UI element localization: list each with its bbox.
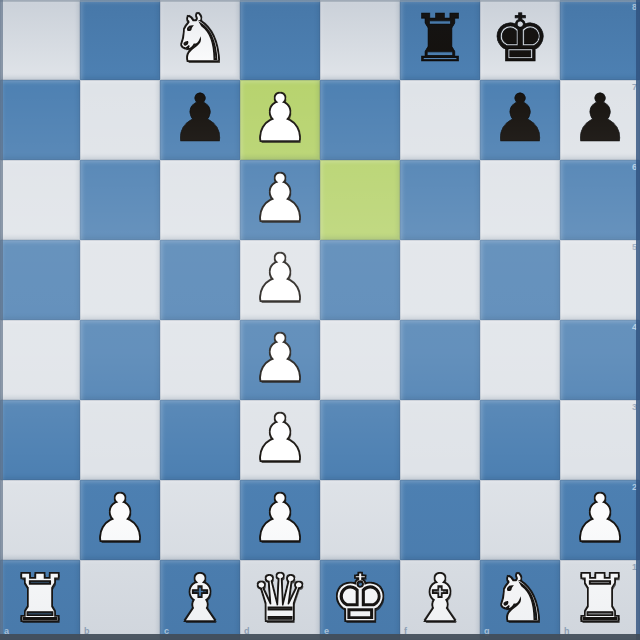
square-e3[interactable] [320,400,400,480]
square-c8[interactable]: ♞ [160,0,240,80]
square-c1[interactable]: c♝ [160,560,240,640]
square-a2[interactable] [0,480,80,560]
square-f4[interactable] [400,320,480,400]
square-h5[interactable]: 5 [560,240,640,320]
piece-white-pawn-d7[interactable]: ♟ [240,80,320,160]
piece-white-knight-c8[interactable]: ♞ [160,0,240,80]
square-a3[interactable] [0,400,80,480]
square-b6[interactable] [80,160,160,240]
square-d3[interactable]: ♟ [240,400,320,480]
piece-black-pawn-h7[interactable]: ♟ [560,80,640,160]
piece-white-rook-h1[interactable]: ♜ [560,560,640,640]
square-f8[interactable]: ♜ [400,0,480,80]
piece-white-pawn-d3[interactable]: ♟ [240,400,320,480]
piece-black-king-g8[interactable]: ♚ [480,0,560,80]
square-b5[interactable] [80,240,160,320]
square-h8[interactable]: 8 [560,0,640,80]
square-f7[interactable] [400,80,480,160]
square-h7[interactable]: 7♟ [560,80,640,160]
piece-black-pawn-g7[interactable]: ♟ [480,80,560,160]
square-d6[interactable]: ♟ [240,160,320,240]
square-g3[interactable] [480,400,560,480]
piece-white-pawn-d6[interactable]: ♟ [240,160,320,240]
square-h1[interactable]: 1h♜ [560,560,640,640]
rank-label-3: 3 [632,403,637,412]
square-g1[interactable]: g♞ [480,560,560,640]
square-b7[interactable] [80,80,160,160]
piece-white-queen-d1[interactable]: ♛ [240,560,320,640]
piece-black-pawn-c7[interactable]: ♟ [160,80,240,160]
file-label-h: h [564,627,570,636]
chess-board: ♞♜♚8♟♟♟7♟♟6♟5♟4♟3♟♟2♟a♜bc♝d♛e♚f♝g♞1h♜ [0,0,640,640]
square-a5[interactable] [0,240,80,320]
square-d1[interactable]: d♛ [240,560,320,640]
square-c4[interactable] [160,320,240,400]
square-f3[interactable] [400,400,480,480]
square-f5[interactable] [400,240,480,320]
piece-white-pawn-d5[interactable]: ♟ [240,240,320,320]
square-f1[interactable]: f♝ [400,560,480,640]
square-g4[interactable] [480,320,560,400]
square-e6[interactable] [320,160,400,240]
square-h6[interactable]: 6 [560,160,640,240]
piece-white-rook-a1[interactable]: ♜ [0,560,80,640]
file-label-d: d [244,627,250,636]
square-c3[interactable] [160,400,240,480]
chess-app: ♞♜♚8♟♟♟7♟♟6♟5♟4♟3♟♟2♟a♜bc♝d♛e♚f♝g♞1h♜ [0,0,640,640]
file-label-c: c [164,627,169,636]
piece-black-rook-f8[interactable]: ♜ [400,0,480,80]
square-f6[interactable] [400,160,480,240]
file-label-b: b [84,627,90,636]
square-h2[interactable]: 2♟ [560,480,640,560]
rank-label-8: 8 [632,3,637,12]
rank-label-5: 5 [632,243,637,252]
piece-white-pawn-d2[interactable]: ♟ [240,480,320,560]
square-f2[interactable] [400,480,480,560]
piece-white-king-e1[interactable]: ♚ [320,560,400,640]
square-g2[interactable] [480,480,560,560]
square-e8[interactable] [320,0,400,80]
rank-label-2: 2 [632,483,637,492]
square-b2[interactable]: ♟ [80,480,160,560]
square-g5[interactable] [480,240,560,320]
square-h4[interactable]: 4 [560,320,640,400]
square-d7[interactable]: ♟ [240,80,320,160]
square-b8[interactable] [80,0,160,80]
square-b1[interactable]: b [80,560,160,640]
square-a6[interactable] [0,160,80,240]
square-d5[interactable]: ♟ [240,240,320,320]
square-e5[interactable] [320,240,400,320]
square-b3[interactable] [80,400,160,480]
file-label-a: a [4,627,9,636]
square-h3[interactable]: 3 [560,400,640,480]
square-b4[interactable] [80,320,160,400]
square-e2[interactable] [320,480,400,560]
file-label-e: e [324,627,329,636]
square-d4[interactable]: ♟ [240,320,320,400]
square-a8[interactable] [0,0,80,80]
piece-white-bishop-f1[interactable]: ♝ [400,560,480,640]
square-a4[interactable] [0,320,80,400]
rank-label-1: 1 [632,563,637,572]
square-d2[interactable]: ♟ [240,480,320,560]
square-d8[interactable] [240,0,320,80]
square-c6[interactable] [160,160,240,240]
rank-label-7: 7 [632,83,637,92]
square-c7[interactable]: ♟ [160,80,240,160]
square-a1[interactable]: a♜ [0,560,80,640]
square-e4[interactable] [320,320,400,400]
piece-white-bishop-c1[interactable]: ♝ [160,560,240,640]
square-a7[interactable] [0,80,80,160]
piece-white-pawn-h2[interactable]: ♟ [560,480,640,560]
rank-label-6: 6 [632,163,637,172]
rank-label-4: 4 [632,323,637,332]
square-g7[interactable]: ♟ [480,80,560,160]
file-label-g: g [484,627,490,636]
square-c5[interactable] [160,240,240,320]
square-c2[interactable] [160,480,240,560]
piece-white-pawn-d4[interactable]: ♟ [240,320,320,400]
square-e1[interactable]: e♚ [320,560,400,640]
square-e7[interactable] [320,80,400,160]
square-g6[interactable] [480,160,560,240]
square-g8[interactable]: ♚ [480,0,560,80]
file-label-f: f [404,627,407,636]
piece-white-pawn-b2[interactable]: ♟ [80,480,160,560]
piece-white-knight-g1[interactable]: ♞ [480,560,560,640]
